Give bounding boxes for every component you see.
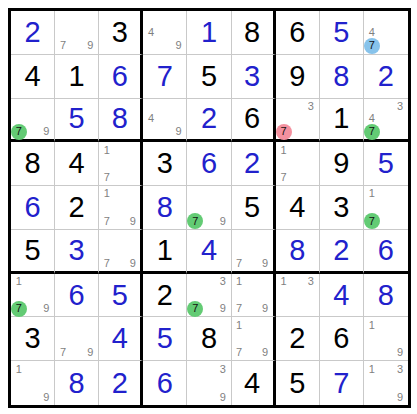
given-digit: 5: [289, 369, 305, 398]
candidate-digit: 9: [262, 258, 268, 269]
solved-digit: 8: [69, 369, 85, 398]
candidate-digit: 3: [308, 276, 314, 287]
cell-r2c3[interactable]: 6: [99, 55, 143, 99]
cell-r2c1[interactable]: 4: [11, 55, 55, 99]
candidate-9: 9: [172, 39, 186, 53]
given-digit: 3: [112, 18, 128, 47]
cell-r1c6[interactable]: 8: [232, 11, 276, 55]
solved-digit: 1: [201, 18, 217, 47]
cell-r7c9[interactable]: 8: [364, 274, 408, 318]
candidate-9: 9: [216, 302, 230, 316]
given-digit: 5: [201, 62, 217, 91]
cell-r7c6[interactable]: 179: [232, 274, 276, 318]
candidates: 79: [188, 187, 229, 228]
solved-digit: 4: [333, 281, 349, 310]
solved-digit: 6: [69, 281, 85, 310]
cell-r9c9[interactable]: 139: [364, 361, 408, 405]
cell-r9c6[interactable]: 4: [232, 361, 276, 405]
cell-r3c4[interactable]: 49: [143, 99, 187, 143]
candidate-digit: 9: [87, 347, 93, 358]
candidates: 17: [365, 187, 407, 228]
cell-r3c6[interactable]: 6: [232, 99, 276, 143]
candidate-digit: 1: [369, 188, 375, 199]
cell-r3c1[interactable]: 79: [11, 99, 55, 143]
sudoku-board: 2793491865474167539827958492637134784173…: [8, 8, 411, 408]
cell-r9c3[interactable]: 2: [99, 361, 143, 405]
candidate-digit: 1: [16, 276, 22, 287]
cell-r5c4[interactable]: 8: [143, 186, 187, 230]
cell-r5c5[interactable]: 79: [187, 186, 231, 230]
cell-r5c7[interactable]: 4: [276, 186, 320, 230]
cell-r9c7[interactable]: 5: [276, 361, 320, 405]
cell-r5c3[interactable]: 179: [99, 186, 143, 230]
solved-digit: 5: [333, 18, 349, 47]
solved-digit: 5: [112, 281, 128, 310]
candidate-digit: 9: [397, 392, 403, 403]
cell-r6c2[interactable]: 3: [55, 230, 99, 274]
given-digit: 5: [24, 236, 40, 265]
candidate-9: 9: [259, 257, 272, 270]
solved-digit: 3: [244, 62, 260, 91]
candidate-7-highlight-green: 7: [188, 214, 202, 228]
solved-digit: 6: [24, 193, 40, 222]
cell-r7c1[interactable]: 179: [11, 274, 55, 318]
cell-r6c8[interactable]: 2: [320, 230, 364, 274]
solved-digit: 7: [333, 369, 349, 398]
given-digit: 8: [24, 149, 40, 178]
cell-r6c1[interactable]: 5: [11, 230, 55, 274]
candidate-7: 7: [100, 257, 113, 270]
cell-r4c4[interactable]: 3: [143, 142, 187, 186]
given-digit: 6: [333, 324, 349, 353]
candidates: 17: [277, 143, 318, 184]
candidate-digit: 9: [220, 303, 226, 314]
candidate-digit: 9: [43, 303, 49, 314]
candidate-digit: 4: [148, 27, 154, 38]
candidate-digit: 1: [16, 364, 22, 375]
candidate-9: 9: [216, 390, 230, 404]
solved-digit: 2: [244, 149, 260, 178]
candidate-digit: 1: [104, 188, 110, 199]
candidates: 19: [12, 362, 53, 404]
candidate-digit: 7: [280, 172, 286, 183]
candidate-4: 4: [365, 112, 379, 125]
candidate-7-highlight-red: 7: [277, 125, 291, 138]
solved-digit: 4: [201, 236, 217, 265]
cell-r9c1[interactable]: 19: [11, 361, 55, 405]
candidate-7: 7: [233, 302, 246, 316]
solved-digit: 8: [157, 193, 173, 222]
given-digit: 3: [333, 193, 349, 222]
candidates: 179: [12, 275, 53, 316]
cell-r8c9[interactable]: 19: [364, 317, 408, 361]
candidate-digit: 3: [397, 101, 403, 112]
candidate-digit: 1: [369, 364, 375, 375]
given-digit: 8: [244, 18, 260, 47]
candidate-1: 1: [277, 275, 291, 289]
cell-r3c7[interactable]: 37: [276, 99, 320, 143]
cell-r4c1[interactable]: 8: [11, 142, 55, 186]
solved-digit: 2: [378, 62, 394, 91]
candidate-digit: 1: [236, 320, 242, 331]
given-digit: 2: [69, 193, 85, 222]
candidate-1: 1: [365, 187, 379, 201]
candidate-9: 9: [39, 125, 53, 138]
candidate-digit: 3: [220, 276, 226, 287]
candidate-digit: 9: [43, 392, 49, 403]
cell-r3c3[interactable]: 8: [99, 99, 143, 143]
candidate-digit: 7: [104, 216, 110, 227]
cell-r2c6[interactable]: 3: [232, 55, 276, 99]
candidate-3: 3: [216, 362, 230, 376]
candidates: 79: [233, 231, 272, 270]
cell-r1c2[interactable]: 79: [55, 11, 99, 55]
cell-r7c2[interactable]: 6: [55, 274, 99, 318]
candidate-digit: 9: [43, 126, 49, 137]
candidates: 13: [277, 275, 318, 316]
candidates: 49: [144, 100, 185, 139]
candidates: 79: [56, 12, 97, 53]
given-digit: 3: [24, 324, 40, 353]
candidate-7: 7: [233, 257, 246, 270]
candidate-digit: 1: [280, 276, 286, 287]
candidate-digit: 7: [60, 347, 66, 358]
candidate-digit: 9: [262, 303, 268, 314]
candidate-digit: 9: [130, 258, 136, 269]
solved-digit: 2: [112, 369, 128, 398]
candidate-7-highlight-green: 7: [365, 125, 379, 138]
cell-r8c1[interactable]: 3: [11, 317, 55, 361]
solved-digit: 5: [157, 324, 173, 353]
solved-digit: 8: [112, 104, 128, 133]
cell-r7c7[interactable]: 13: [276, 274, 320, 318]
given-digit: 8: [201, 324, 217, 353]
candidate-7: 7: [56, 346, 70, 360]
candidate-7: 7: [233, 346, 246, 360]
solved-digit: 3: [69, 236, 85, 265]
cell-r2c4[interactable]: 7: [143, 55, 187, 99]
given-digit: 1: [157, 236, 173, 265]
candidate-digit: 1: [236, 276, 242, 287]
candidate-digit: 9: [87, 40, 93, 51]
candidate-digit: 1: [104, 145, 110, 156]
cell-r1c7[interactable]: 6: [276, 11, 320, 55]
candidate-digit: 7: [16, 126, 22, 137]
cell-r8c6[interactable]: 179: [232, 317, 276, 361]
candidate-7-highlight-green: 7: [365, 214, 379, 228]
candidate-digit: 1: [280, 145, 286, 156]
candidate-digit: 7: [236, 303, 242, 314]
given-digit: 2: [157, 281, 173, 310]
candidate-9: 9: [126, 214, 139, 228]
cell-r3c2[interactable]: 5: [55, 99, 99, 143]
cell-r6c6[interactable]: 79: [232, 230, 276, 274]
cell-r6c3[interactable]: 79: [99, 230, 143, 274]
candidates: 37: [277, 100, 318, 139]
cell-r4c2[interactable]: 4: [55, 142, 99, 186]
candidate-7: 7: [277, 171, 291, 185]
cell-r2c5[interactable]: 5: [187, 55, 231, 99]
cell-r2c7[interactable]: 9: [276, 55, 320, 99]
candidate-3: 3: [393, 362, 407, 376]
given-digit: 6: [289, 18, 305, 47]
cell-r3c5[interactable]: 2: [187, 99, 231, 143]
candidates: 49: [144, 12, 185, 53]
candidate-digit: 7: [16, 303, 22, 314]
cell-r2c8[interactable]: 8: [320, 55, 364, 99]
candidate-digit: 4: [369, 27, 375, 38]
given-digit: 1: [69, 62, 85, 91]
cell-r4c7[interactable]: 17: [276, 142, 320, 186]
candidate-digit: 7: [236, 258, 242, 269]
candidate-9: 9: [216, 214, 230, 228]
given-digit: 2: [289, 324, 305, 353]
candidates: 139: [365, 362, 407, 404]
cell-r1c9[interactable]: 47: [364, 11, 408, 55]
candidate-9: 9: [39, 390, 53, 404]
solved-digit: 6: [378, 236, 394, 265]
candidate-1: 1: [365, 362, 379, 376]
candidate-1: 1: [100, 143, 113, 157]
candidate-4: 4: [365, 26, 379, 40]
candidate-digit: 9: [262, 347, 268, 358]
solved-digit: 2: [333, 236, 349, 265]
cell-r9c4[interactable]: 6: [143, 361, 187, 405]
cell-r4c6[interactable]: 2: [232, 142, 276, 186]
candidate-digit: 7: [60, 40, 66, 51]
candidates: 379: [188, 275, 229, 316]
cell-r3c9[interactable]: 347: [364, 99, 408, 143]
candidate-4: 4: [144, 26, 158, 40]
candidate-9: 9: [172, 125, 186, 138]
cell-r7c4[interactable]: 2: [143, 274, 187, 318]
solved-digit: 7: [157, 62, 173, 91]
candidate-7: 7: [56, 39, 70, 53]
candidates: 179: [100, 187, 139, 228]
cell-r4c8[interactable]: 9: [320, 142, 364, 186]
cell-r2c9[interactable]: 2: [364, 55, 408, 99]
cell-r5c8[interactable]: 3: [320, 186, 364, 230]
cell-r8c3[interactable]: 4: [99, 317, 143, 361]
candidate-3: 3: [304, 100, 318, 113]
candidate-7-highlight-green: 7: [12, 302, 26, 316]
given-digit: 4: [289, 193, 305, 222]
candidate-7-highlight-blue: 7: [365, 39, 379, 53]
solved-digit: 8: [289, 236, 305, 265]
candidates: 19: [365, 318, 407, 359]
candidate-7-highlight-green: 7: [12, 125, 26, 138]
cell-r9c8[interactable]: 7: [320, 361, 364, 405]
cell-r3c8[interactable]: 1: [320, 99, 364, 143]
candidate-digit: 4: [369, 113, 375, 124]
cell-r5c1[interactable]: 6: [11, 186, 55, 230]
candidate-digit: 3: [308, 101, 314, 112]
given-digit: 3: [157, 149, 173, 178]
cell-r4c3[interactable]: 17: [99, 142, 143, 186]
solved-digit: 5: [69, 104, 85, 133]
solved-digit: 8: [378, 281, 394, 310]
candidate-digit: 7: [369, 126, 375, 137]
cell-r6c5[interactable]: 4: [187, 230, 231, 274]
given-digit: 4: [69, 149, 85, 178]
candidate-3: 3: [393, 100, 407, 113]
candidate-digit: 7: [192, 216, 198, 227]
candidates: 347: [365, 100, 407, 139]
cell-r8c7[interactable]: 2: [276, 317, 320, 361]
candidate-digit: 7: [236, 347, 242, 358]
cell-r1c4[interactable]: 49: [143, 11, 187, 55]
given-digit: 5: [244, 193, 260, 222]
candidate-digit: 4: [148, 113, 154, 124]
candidates: 17: [100, 143, 139, 184]
cell-r7c5[interactable]: 379: [187, 274, 231, 318]
candidate-digit: 9: [220, 216, 226, 227]
candidate-digit: 7: [104, 172, 110, 183]
candidate-7: 7: [100, 214, 113, 228]
solved-digit: 4: [112, 324, 128, 353]
solved-digit: 8: [333, 62, 349, 91]
candidate-digit: 9: [130, 216, 136, 227]
cell-r6c9[interactable]: 6: [364, 230, 408, 274]
cell-r6c7[interactable]: 8: [276, 230, 320, 274]
candidates: 39: [188, 362, 229, 404]
candidates: 47: [365, 12, 407, 53]
candidate-3: 3: [304, 275, 318, 289]
candidate-digit: 7: [280, 126, 286, 137]
candidate-9: 9: [84, 39, 98, 53]
candidate-1: 1: [277, 143, 291, 157]
cell-r2c2[interactable]: 1: [55, 55, 99, 99]
cell-r7c3[interactable]: 5: [99, 274, 143, 318]
cell-r4c5[interactable]: 6: [187, 142, 231, 186]
candidate-9: 9: [39, 302, 53, 316]
given-digit: 9: [333, 149, 349, 178]
candidate-digit: 3: [220, 364, 226, 375]
solved-digit: 6: [112, 62, 128, 91]
candidates: 79: [100, 231, 139, 270]
candidate-digit: 9: [176, 126, 182, 137]
candidate-7: 7: [100, 171, 113, 185]
candidate-1: 1: [365, 318, 379, 332]
cell-r8c2[interactable]: 79: [55, 317, 99, 361]
candidate-9: 9: [393, 346, 407, 360]
candidate-9: 9: [259, 346, 272, 360]
cell-r4c9[interactable]: 5: [364, 142, 408, 186]
candidate-1: 1: [100, 187, 113, 201]
solved-digit: 6: [201, 149, 217, 178]
candidate-9: 9: [84, 346, 98, 360]
given-digit: 1: [333, 104, 349, 133]
candidate-1: 1: [12, 275, 26, 289]
cell-r7c8[interactable]: 4: [320, 274, 364, 318]
cell-r6c4[interactable]: 1: [143, 230, 187, 274]
cell-r5c9[interactable]: 17: [364, 186, 408, 230]
candidate-digit: 9: [397, 347, 403, 358]
cell-r1c3[interactable]: 3: [99, 11, 143, 55]
candidate-digit: 7: [104, 258, 110, 269]
given-digit: 9: [289, 62, 305, 91]
given-digit: 4: [244, 369, 260, 398]
cell-r8c8[interactable]: 6: [320, 317, 364, 361]
cell-r8c4[interactable]: 5: [143, 317, 187, 361]
candidate-4: 4: [144, 112, 158, 125]
candidate-7-highlight-green: 7: [188, 302, 202, 316]
candidates: 179: [233, 318, 272, 359]
cell-r8c5[interactable]: 8: [187, 317, 231, 361]
solved-digit: 5: [378, 149, 394, 178]
cell-r5c2[interactable]: 2: [55, 186, 99, 230]
candidate-1: 1: [233, 275, 246, 289]
solved-digit: 2: [201, 104, 217, 133]
cell-r9c2[interactable]: 8: [55, 361, 99, 405]
cell-r1c1[interactable]: 2: [11, 11, 55, 55]
candidate-digit: 1: [369, 320, 375, 331]
candidate-digit: 7: [192, 303, 198, 314]
candidate-9: 9: [126, 257, 139, 270]
cell-r5c6[interactable]: 5: [232, 186, 276, 230]
candidate-digit: 3: [397, 364, 403, 375]
cell-r1c5[interactable]: 1: [187, 11, 231, 55]
cell-r1c8[interactable]: 5: [320, 11, 364, 55]
candidate-1: 1: [12, 362, 26, 376]
candidate-digit: 9: [220, 392, 226, 403]
candidate-digit: 7: [369, 216, 375, 227]
candidate-9: 9: [393, 390, 407, 404]
candidate-9: 9: [259, 302, 272, 316]
candidates: 79: [12, 100, 53, 139]
given-digit: 6: [244, 104, 260, 133]
solved-digit: 2: [24, 18, 40, 47]
candidate-3: 3: [216, 275, 230, 289]
candidates: 179: [233, 275, 272, 316]
solved-digit: 6: [157, 369, 173, 398]
candidate-digit: 9: [176, 40, 182, 51]
given-digit: 4: [24, 62, 40, 91]
candidate-1: 1: [233, 318, 246, 332]
candidates: 79: [56, 318, 97, 359]
candidate-digit: 7: [369, 40, 375, 51]
cell-r9c5[interactable]: 39: [187, 361, 231, 405]
